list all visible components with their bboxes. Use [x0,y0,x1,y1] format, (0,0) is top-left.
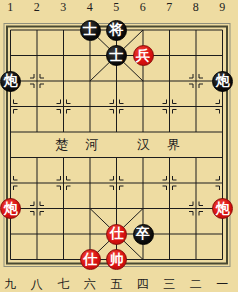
piece-red-cannon[interactable]: 炮 [0,198,21,219]
piece-black-advisor[interactable]: 士 [106,45,127,66]
pieces-layer: 士将士兵炮炮炮炮仕卒仕帅 [0,17,236,272]
piece-red-cannon[interactable]: 炮 [212,198,233,219]
piece-red-advisor[interactable]: 仕 [80,249,101,270]
piece-red-general[interactable]: 帅 [106,249,127,270]
xiangqi-board: 1 2 3 4 5 6 7 8 9 楚 河 汉 界 士将士兵炮炮炮炮仕卒仕帅 九… [0,0,238,292]
piece-red-advisor[interactable]: 仕 [106,224,127,245]
piece-black-general[interactable]: 将 [106,20,127,41]
piece-black-cannon[interactable]: 炮 [0,71,21,92]
piece-black-advisor[interactable]: 士 [80,20,101,41]
piece-red-soldier[interactable]: 兵 [133,45,154,66]
piece-black-soldier[interactable]: 卒 [133,224,154,245]
piece-black-cannon[interactable]: 炮 [212,71,233,92]
